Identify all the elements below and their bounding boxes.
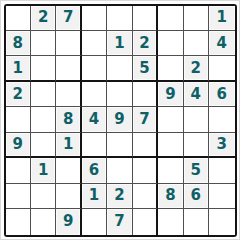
cell-r9c5: 7: [107, 209, 132, 234]
cell-r8c3[interactable]: [56, 184, 81, 209]
cell-r4c9: 6: [209, 82, 234, 107]
cell-r5c2[interactable]: [31, 107, 56, 132]
cell-r1c2: 2: [31, 6, 56, 31]
cell-r3c8: 2: [184, 56, 209, 81]
cell-r7c6[interactable]: [133, 158, 158, 183]
cell-r2c5: 1: [107, 31, 132, 56]
cell-r8c9[interactable]: [209, 184, 234, 209]
cell-r4c6[interactable]: [133, 82, 158, 107]
cell-r9c6[interactable]: [133, 209, 158, 234]
cell-r4c7: 9: [158, 82, 183, 107]
cell-r8c8: 6: [184, 184, 209, 209]
cell-r1c5[interactable]: [107, 6, 132, 31]
cell-r7c3[interactable]: [56, 158, 81, 183]
cell-r3c7[interactable]: [158, 56, 183, 81]
cell-r6c8[interactable]: [184, 133, 209, 158]
cell-r9c8[interactable]: [184, 209, 209, 234]
cell-r1c7[interactable]: [158, 6, 183, 31]
cell-r7c4: 6: [82, 158, 107, 183]
cell-r1c3: 7: [56, 6, 81, 31]
cell-r5c5: 9: [107, 107, 132, 132]
cell-r4c1: 2: [6, 82, 31, 107]
cell-r8c4: 1: [82, 184, 107, 209]
cell-r5c9[interactable]: [209, 107, 234, 132]
cell-r6c7[interactable]: [158, 133, 183, 158]
cell-r2c1: 8: [6, 31, 31, 56]
cell-r3c6: 5: [133, 56, 158, 81]
cell-r8c5: 2: [107, 184, 132, 209]
cell-r2c6: 2: [133, 31, 158, 56]
cell-r3c9[interactable]: [209, 56, 234, 81]
cell-r7c2: 1: [31, 158, 56, 183]
cell-r8c1[interactable]: [6, 184, 31, 209]
cell-r1c9: 1: [209, 6, 234, 31]
cell-r8c2[interactable]: [31, 184, 56, 209]
cell-r3c3[interactable]: [56, 56, 81, 81]
cell-r8c6[interactable]: [133, 184, 158, 209]
cell-r9c3: 9: [56, 209, 81, 234]
cell-r6c6[interactable]: [133, 133, 158, 158]
cell-r7c5[interactable]: [107, 158, 132, 183]
cell-r1c4[interactable]: [82, 6, 107, 31]
cell-r9c7[interactable]: [158, 209, 183, 234]
cell-r6c3: 1: [56, 133, 81, 158]
cell-r3c4[interactable]: [82, 56, 107, 81]
cell-r2c2[interactable]: [31, 31, 56, 56]
cell-r4c2[interactable]: [31, 82, 56, 107]
cell-r2c3[interactable]: [56, 31, 81, 56]
cell-r3c5[interactable]: [107, 56, 132, 81]
cell-r2c9: 4: [209, 31, 234, 56]
cell-r5c7[interactable]: [158, 107, 183, 132]
cell-r9c2[interactable]: [31, 209, 56, 234]
cell-r5c4: 4: [82, 107, 107, 132]
cell-r9c4[interactable]: [82, 209, 107, 234]
cell-r5c8[interactable]: [184, 107, 209, 132]
cell-r5c1[interactable]: [6, 107, 31, 132]
cell-r7c7[interactable]: [158, 158, 183, 183]
cell-r2c7[interactable]: [158, 31, 183, 56]
sudoku-page: 271812415229468497913165128697: [0, 0, 240, 240]
cell-r4c8: 4: [184, 82, 209, 107]
cell-r6c2[interactable]: [31, 133, 56, 158]
cell-r5c6: 7: [133, 107, 158, 132]
cell-r4c5[interactable]: [107, 82, 132, 107]
cell-r1c6[interactable]: [133, 6, 158, 31]
sudoku-board: 271812415229468497913165128697: [4, 4, 237, 237]
cell-r3c2[interactable]: [31, 56, 56, 81]
cell-r9c9[interactable]: [209, 209, 234, 234]
cell-r1c8[interactable]: [184, 6, 209, 31]
cell-r9c1[interactable]: [6, 209, 31, 234]
cell-r7c8: 5: [184, 158, 209, 183]
cell-r2c4[interactable]: [82, 31, 107, 56]
cell-r1c1[interactable]: [6, 6, 31, 31]
cell-r6c4[interactable]: [82, 133, 107, 158]
cell-r4c3[interactable]: [56, 82, 81, 107]
cell-r2c8[interactable]: [184, 31, 209, 56]
cell-r5c3: 8: [56, 107, 81, 132]
cell-r7c9[interactable]: [209, 158, 234, 183]
cell-r6c9: 3: [209, 133, 234, 158]
cell-r6c5[interactable]: [107, 133, 132, 158]
cell-r6c1: 9: [6, 133, 31, 158]
cell-r7c1[interactable]: [6, 158, 31, 183]
cell-r3c1: 1: [6, 56, 31, 81]
cell-r4c4[interactable]: [82, 82, 107, 107]
cell-r8c7: 8: [158, 184, 183, 209]
